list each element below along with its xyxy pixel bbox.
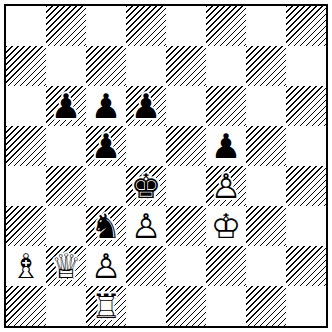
square-f6[interactable]	[206, 86, 246, 126]
square-g6[interactable]	[246, 86, 286, 126]
piece-halo: ♟	[206, 166, 246, 206]
square-e1[interactable]	[166, 286, 206, 326]
square-a2[interactable]: ♝♗	[6, 246, 46, 286]
piece-black-knight: ♞	[86, 206, 126, 246]
square-c7[interactable]	[86, 46, 126, 86]
piece-halo: ♟	[126, 86, 166, 126]
square-h5[interactable]	[286, 126, 326, 166]
square-f2[interactable]	[206, 246, 246, 286]
piece-white-bishop: ♗	[6, 246, 46, 286]
square-e8[interactable]	[166, 6, 206, 46]
square-h1[interactable]	[286, 286, 326, 326]
square-h6[interactable]	[286, 86, 326, 126]
piece-halo: ♟	[206, 126, 246, 166]
square-c3[interactable]: ♞♞	[86, 206, 126, 246]
square-b3[interactable]	[46, 206, 86, 246]
square-c4[interactable]	[86, 166, 126, 206]
square-g2[interactable]	[246, 246, 286, 286]
square-d3[interactable]: ♟♙	[126, 206, 166, 246]
piece-halo: ♝	[6, 246, 46, 286]
square-e6[interactable]	[166, 86, 206, 126]
square-c8[interactable]	[86, 6, 126, 46]
square-d8[interactable]	[126, 6, 166, 46]
piece-halo: ♟	[126, 206, 166, 246]
square-d2[interactable]	[126, 246, 166, 286]
square-a3[interactable]	[6, 206, 46, 246]
piece-white-pawn: ♙	[126, 206, 166, 246]
square-h3[interactable]	[286, 206, 326, 246]
piece-halo: ♜	[86, 286, 126, 326]
square-b8[interactable]	[46, 6, 86, 46]
square-b6[interactable]: ♟♟	[46, 86, 86, 126]
piece-white-pawn: ♙	[86, 246, 126, 286]
square-g5[interactable]	[246, 126, 286, 166]
square-g8[interactable]	[246, 6, 286, 46]
square-d4[interactable]: ♚♚	[126, 166, 166, 206]
square-e4[interactable]	[166, 166, 206, 206]
square-b1[interactable]	[46, 286, 86, 326]
square-f8[interactable]	[206, 6, 246, 46]
square-a5[interactable]	[6, 126, 46, 166]
square-c1[interactable]: ♜♖	[86, 286, 126, 326]
square-e3[interactable]	[166, 206, 206, 246]
square-f3[interactable]: ♚♔	[206, 206, 246, 246]
square-b7[interactable]	[46, 46, 86, 86]
piece-halo: ♟	[46, 86, 86, 126]
square-c6[interactable]: ♟♟	[86, 86, 126, 126]
square-h8[interactable]	[286, 6, 326, 46]
square-g1[interactable]	[246, 286, 286, 326]
piece-halo: ♚	[206, 206, 246, 246]
square-b2[interactable]: ♛♕	[46, 246, 86, 286]
square-e7[interactable]	[166, 46, 206, 86]
square-a7[interactable]	[6, 46, 46, 86]
piece-white-rook: ♖	[86, 286, 126, 326]
square-g4[interactable]	[246, 166, 286, 206]
square-g7[interactable]	[246, 46, 286, 86]
board-frame: ♟♟♟♟♟♟♟♟♟♟♚♚♟♙♞♞♟♙♚♔♝♗♛♕♟♙♜♖	[4, 4, 328, 328]
square-h7[interactable]	[286, 46, 326, 86]
piece-white-king: ♔	[206, 206, 246, 246]
piece-black-pawn: ♟	[206, 126, 246, 166]
piece-black-king: ♚	[126, 166, 166, 206]
square-h4[interactable]	[286, 166, 326, 206]
piece-halo: ♟	[86, 246, 126, 286]
square-e2[interactable]	[166, 246, 206, 286]
chess-diagram: ♟♟♟♟♟♟♟♟♟♟♚♚♟♙♞♞♟♙♚♔♝♗♛♕♟♙♜♖	[0, 0, 332, 332]
square-f5[interactable]: ♟♟	[206, 126, 246, 166]
square-f4[interactable]: ♟♙	[206, 166, 246, 206]
square-d6[interactable]: ♟♟	[126, 86, 166, 126]
square-a6[interactable]	[6, 86, 46, 126]
piece-white-pawn: ♙	[206, 166, 246, 206]
square-d1[interactable]	[126, 286, 166, 326]
square-b5[interactable]	[46, 126, 86, 166]
chess-board: ♟♟♟♟♟♟♟♟♟♟♚♚♟♙♞♞♟♙♚♔♝♗♛♕♟♙♜♖	[6, 6, 326, 326]
square-h2[interactable]	[286, 246, 326, 286]
square-e5[interactable]	[166, 126, 206, 166]
piece-black-pawn: ♟	[46, 86, 86, 126]
square-g3[interactable]	[246, 206, 286, 246]
square-a8[interactable]	[6, 6, 46, 46]
square-d5[interactable]	[126, 126, 166, 166]
square-d7[interactable]	[126, 46, 166, 86]
piece-halo: ♚	[126, 166, 166, 206]
piece-halo: ♞	[86, 206, 126, 246]
piece-black-pawn: ♟	[126, 86, 166, 126]
square-b4[interactable]	[46, 166, 86, 206]
piece-halo: ♛	[46, 246, 86, 286]
square-a1[interactable]	[6, 286, 46, 326]
square-a4[interactable]	[6, 166, 46, 206]
square-c2[interactable]: ♟♙	[86, 246, 126, 286]
square-f7[interactable]	[206, 46, 246, 86]
square-c5[interactable]: ♟♟	[86, 126, 126, 166]
piece-halo: ♟	[86, 126, 126, 166]
piece-white-queen: ♕	[46, 246, 86, 286]
piece-halo: ♟	[86, 86, 126, 126]
piece-black-pawn: ♟	[86, 126, 126, 166]
square-f1[interactable]	[206, 286, 246, 326]
piece-black-pawn: ♟	[86, 86, 126, 126]
